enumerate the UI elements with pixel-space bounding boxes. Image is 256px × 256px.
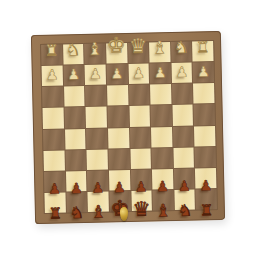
square-b6[interactable]: [173, 147, 194, 168]
square-d5[interactable]: [129, 127, 150, 148]
square-c6[interactable]: [152, 148, 173, 169]
square-a6[interactable]: [195, 147, 216, 168]
square-a7[interactable]: ♟: [195, 168, 216, 189]
white-pawn[interactable]: ♟: [67, 68, 80, 82]
square-d4[interactable]: [129, 106, 150, 127]
white-pawn[interactable]: ♟: [154, 66, 167, 80]
black-rook[interactable]: ♜: [200, 203, 214, 218]
black-pawn[interactable]: ♟: [70, 182, 83, 196]
square-e6[interactable]: [108, 149, 129, 170]
square-e4[interactable]: [107, 106, 128, 127]
white-pawn[interactable]: ♟: [132, 67, 145, 81]
square-f3[interactable]: [85, 86, 106, 107]
square-e2[interactable]: ♟: [106, 64, 127, 85]
white-bishop[interactable]: ♝: [152, 39, 168, 55]
square-f2[interactable]: ♟: [85, 65, 106, 86]
square-f6[interactable]: [87, 149, 108, 170]
square-a3[interactable]: [193, 83, 214, 104]
square-g4[interactable]: [64, 107, 85, 128]
square-h5[interactable]: [43, 129, 64, 150]
black-pawn[interactable]: ♟: [178, 179, 191, 193]
square-h1[interactable]: ♜: [41, 44, 62, 65]
square-c5[interactable]: [151, 127, 172, 148]
square-d7[interactable]: ♟: [130, 169, 151, 190]
square-g5[interactable]: [65, 128, 86, 149]
black-knight[interactable]: ♞: [70, 205, 85, 221]
white-pawn[interactable]: ♟: [111, 67, 124, 81]
square-b5[interactable]: [173, 126, 194, 147]
square-f4[interactable]: [86, 107, 107, 128]
black-pawn[interactable]: ♟: [156, 180, 169, 194]
square-g3[interactable]: [64, 86, 85, 107]
black-pawn[interactable]: ♟: [91, 181, 104, 195]
square-b2[interactable]: ♟: [171, 63, 192, 84]
square-a1[interactable]: ♜: [192, 41, 213, 62]
white-knight[interactable]: ♞: [174, 40, 189, 56]
square-a5[interactable]: [194, 126, 215, 147]
white-rook[interactable]: ♜: [45, 43, 59, 58]
square-e3[interactable]: [107, 85, 128, 106]
white-queen[interactable]: ♛: [129, 37, 147, 56]
square-h7[interactable]: ♟: [44, 171, 65, 192]
square-d1[interactable]: ♛: [128, 43, 149, 64]
square-b3[interactable]: [172, 84, 193, 105]
square-c7[interactable]: ♟: [152, 169, 173, 190]
square-h3[interactable]: [42, 87, 63, 108]
square-c1[interactable]: ♝: [149, 42, 170, 63]
square-f7[interactable]: ♟: [87, 170, 108, 191]
square-d3[interactable]: [129, 85, 150, 106]
square-c4[interactable]: [151, 105, 172, 126]
square-a4[interactable]: [194, 104, 215, 125]
black-pawn[interactable]: ♟: [113, 181, 126, 195]
white-bishop[interactable]: ♝: [87, 41, 103, 57]
square-d6[interactable]: [130, 148, 151, 169]
square-e5[interactable]: [108, 127, 129, 148]
black-rook[interactable]: ♜: [48, 206, 62, 221]
black-bishop[interactable]: ♝: [91, 203, 107, 219]
square-g2[interactable]: ♟: [63, 65, 84, 86]
chess-board: ♜♞♝♚♛♝♞♜♟♟♟♟♟♟♟♟♟♟♟♟♟♟♟♟♜♞♝♚♛♝♞♜: [40, 40, 218, 214]
black-queen[interactable]: ♛: [132, 200, 150, 219]
square-c2[interactable]: ♟: [150, 63, 171, 84]
photo-background: ♜♞♝♚♛♝♞♜♟♟♟♟♟♟♟♟♟♟♟♟♟♟♟♟♜♞♝♚♛♝♞♜: [0, 0, 256, 256]
square-g7[interactable]: ♟: [66, 171, 87, 192]
square-g6[interactable]: [65, 150, 86, 171]
chess-box: ♜♞♝♚♛♝♞♜♟♟♟♟♟♟♟♟♟♟♟♟♟♟♟♟♜♞♝♚♛♝♞♜: [31, 31, 225, 224]
square-h6[interactable]: [44, 150, 65, 171]
square-e7[interactable]: ♟: [109, 170, 130, 191]
black-pawn[interactable]: ♟: [135, 180, 148, 194]
square-g1[interactable]: ♞: [63, 44, 84, 65]
square-e1[interactable]: ♚: [106, 43, 127, 64]
square-d2[interactable]: ♟: [128, 64, 149, 85]
black-bishop[interactable]: ♝: [156, 202, 172, 218]
black-pawn[interactable]: ♟: [48, 182, 61, 196]
square-b7[interactable]: ♟: [174, 168, 195, 189]
white-pawn[interactable]: ♟: [46, 69, 59, 83]
square-h2[interactable]: ♟: [42, 66, 63, 87]
square-b1[interactable]: ♞: [171, 42, 192, 63]
white-pawn[interactable]: ♟: [197, 65, 210, 79]
square-c3[interactable]: [150, 84, 171, 105]
square-a2[interactable]: ♟: [193, 62, 214, 83]
white-pawn[interactable]: ♟: [89, 68, 102, 82]
square-h4[interactable]: [43, 108, 64, 129]
white-rook[interactable]: ♜: [196, 40, 210, 55]
square-f5[interactable]: [86, 128, 107, 149]
white-king[interactable]: ♚: [107, 36, 126, 56]
square-f1[interactable]: ♝: [84, 44, 105, 65]
black-knight[interactable]: ♞: [178, 202, 193, 218]
square-b4[interactable]: [172, 105, 193, 126]
white-knight[interactable]: ♞: [66, 42, 81, 58]
black-pawn[interactable]: ♟: [200, 179, 213, 193]
white-pawn[interactable]: ♟: [175, 66, 188, 80]
